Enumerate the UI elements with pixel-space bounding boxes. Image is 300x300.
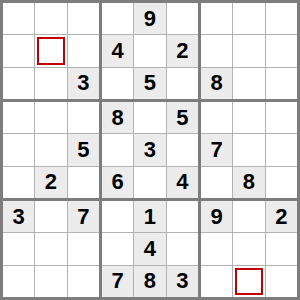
- cell-r5c8[interactable]: [233, 134, 264, 165]
- cell-r4c4[interactable]: 8: [102, 102, 133, 133]
- cell-r4c3[interactable]: [68, 102, 99, 133]
- cell-r6c6[interactable]: 4: [167, 167, 198, 198]
- cell-r2c2[interactable]: [35, 35, 66, 66]
- cell-r9c5[interactable]: 8: [134, 266, 165, 297]
- cell-r9c8[interactable]: [233, 266, 264, 297]
- cell-r5c3[interactable]: 5: [68, 134, 99, 165]
- cell-r3c5[interactable]: 5: [134, 68, 165, 99]
- cell-r4c7[interactable]: [201, 102, 232, 133]
- cell-r7c8[interactable]: [233, 201, 264, 232]
- cell-r7c3[interactable]: 7: [68, 201, 99, 232]
- cell-r4c6[interactable]: 5: [167, 102, 198, 133]
- cell-r8c3[interactable]: [68, 233, 99, 264]
- cell-r6c2[interactable]: 2: [35, 167, 66, 198]
- cell-r2c3[interactable]: [68, 35, 99, 66]
- cell-r2c8[interactable]: [233, 35, 264, 66]
- cell-r3c9[interactable]: [266, 68, 297, 99]
- cell-r2c1[interactable]: [3, 35, 34, 66]
- cell-r9c9[interactable]: [266, 266, 297, 297]
- cell-r6c5[interactable]: [134, 167, 165, 198]
- cell-r6c9[interactable]: [266, 167, 297, 198]
- cell-r5c2[interactable]: [35, 134, 66, 165]
- cell-r2c7[interactable]: [201, 35, 232, 66]
- cell-r9c6[interactable]: 3: [167, 266, 198, 297]
- cell-r7c2[interactable]: [35, 201, 66, 232]
- cell-r4c1[interactable]: [3, 102, 34, 133]
- cell-r8c1[interactable]: [3, 233, 34, 264]
- cell-r1c2[interactable]: [35, 3, 66, 34]
- box-2: 9425: [102, 3, 198, 99]
- cell-r3c1[interactable]: [3, 68, 34, 99]
- cell-r6c3[interactable]: [68, 167, 99, 198]
- cell-r8c9[interactable]: [266, 233, 297, 264]
- box-6: 78: [201, 102, 297, 198]
- cell-r5c6[interactable]: [167, 134, 198, 165]
- cell-r7c7[interactable]: 9: [201, 201, 232, 232]
- box-3: 8: [201, 3, 297, 99]
- cell-r9c3[interactable]: [68, 266, 99, 297]
- cell-r1c5[interactable]: 9: [134, 3, 165, 34]
- cell-r1c1[interactable]: [3, 3, 34, 34]
- sudoku-board: 394258528536478371478392: [0, 0, 300, 300]
- cell-r4c5[interactable]: [134, 102, 165, 133]
- cell-r1c3[interactable]: [68, 3, 99, 34]
- cell-r9c7[interactable]: [201, 266, 232, 297]
- cell-r1c9[interactable]: [266, 3, 297, 34]
- box-7: 37: [3, 201, 99, 297]
- cell-r8c4[interactable]: [102, 233, 133, 264]
- box-4: 52: [3, 102, 99, 198]
- cell-r7c5[interactable]: 1: [134, 201, 165, 232]
- cell-r7c4[interactable]: [102, 201, 133, 232]
- cell-r3c6[interactable]: [167, 68, 198, 99]
- box-5: 85364: [102, 102, 198, 198]
- cell-r4c8[interactable]: [233, 102, 264, 133]
- box-9: 92: [201, 201, 297, 297]
- cell-r8c2[interactable]: [35, 233, 66, 264]
- cell-r2c6[interactable]: 2: [167, 35, 198, 66]
- cell-r6c8[interactable]: 8: [233, 167, 264, 198]
- cell-r2c4[interactable]: 4: [102, 35, 133, 66]
- cell-r5c4[interactable]: [102, 134, 133, 165]
- cell-r8c7[interactable]: [201, 233, 232, 264]
- cell-r4c9[interactable]: [266, 102, 297, 133]
- cell-r5c9[interactable]: [266, 134, 297, 165]
- cell-r2c9[interactable]: [266, 35, 297, 66]
- cell-r6c7[interactable]: [201, 167, 232, 198]
- box-1: 3: [3, 3, 99, 99]
- cell-r2c5[interactable]: [134, 35, 165, 66]
- cell-r9c4[interactable]: 7: [102, 266, 133, 297]
- cell-r4c2[interactable]: [35, 102, 66, 133]
- cell-r1c7[interactable]: [201, 3, 232, 34]
- cell-r8c5[interactable]: 4: [134, 233, 165, 264]
- cell-r3c3[interactable]: 3: [68, 68, 99, 99]
- cell-r6c1[interactable]: [3, 167, 34, 198]
- cell-r5c1[interactable]: [3, 134, 34, 165]
- cell-r9c2[interactable]: [35, 266, 66, 297]
- cell-r5c5[interactable]: 3: [134, 134, 165, 165]
- cell-r3c8[interactable]: [233, 68, 264, 99]
- cell-r3c4[interactable]: [102, 68, 133, 99]
- cell-r8c8[interactable]: [233, 233, 264, 264]
- cell-r7c6[interactable]: [167, 201, 198, 232]
- cell-r3c2[interactable]: [35, 68, 66, 99]
- cell-r9c1[interactable]: [3, 266, 34, 297]
- cell-r8c6[interactable]: [167, 233, 198, 264]
- box-8: 14783: [102, 201, 198, 297]
- cell-r1c8[interactable]: [233, 3, 264, 34]
- cell-r3c7[interactable]: 8: [201, 68, 232, 99]
- cell-r6c4[interactable]: 6: [102, 167, 133, 198]
- cell-r7c1[interactable]: 3: [3, 201, 34, 232]
- cell-r5c7[interactable]: 7: [201, 134, 232, 165]
- cell-r1c6[interactable]: [167, 3, 198, 34]
- cell-r7c9[interactable]: 2: [266, 201, 297, 232]
- cell-r1c4[interactable]: [102, 3, 133, 34]
